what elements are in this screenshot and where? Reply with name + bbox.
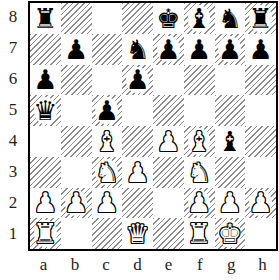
square-e1 (153, 218, 184, 249)
square-e6 (153, 65, 184, 96)
square-b2: ♟ (61, 188, 92, 219)
square-c5: ♟ (92, 95, 123, 126)
square-d8 (122, 3, 153, 34)
black-pawn-glyph: ♟ (64, 36, 88, 63)
square-a7 (30, 34, 61, 65)
white-rook-glyph: ♜ (187, 220, 211, 247)
rank-label-7: 7 (0, 32, 26, 63)
square-b8 (61, 3, 92, 34)
square-e2 (153, 188, 184, 219)
white-pawn-g2: ♟ (215, 188, 246, 219)
white-bishop-glyph: ♝ (187, 128, 211, 155)
black-bishop-g4: ♝ (215, 126, 246, 157)
white-knight-glyph: ♞ (95, 159, 119, 186)
square-c1 (92, 218, 123, 249)
black-rook-glyph: ♜ (33, 5, 57, 32)
black-pawn-a6: ♟ (30, 65, 61, 96)
white-pawn-glyph: ♟ (249, 189, 273, 216)
white-knight-f3: ♞ (184, 157, 215, 188)
white-rook-f1: ♜ (184, 218, 215, 249)
square-d2 (122, 188, 153, 219)
square-a3 (30, 157, 61, 188)
black-pawn-g7: ♟ (215, 34, 246, 65)
square-d3: ♟ (122, 157, 153, 188)
white-pawn-a2: ♟ (30, 188, 61, 219)
rank-labels: 87654321 (0, 1, 26, 249)
black-pawn-glyph: ♟ (95, 97, 119, 124)
square-b5 (61, 95, 92, 126)
black-pawn-b7: ♟ (61, 34, 92, 65)
rank-label-1: 1 (0, 218, 26, 249)
square-f7: ♟ (184, 34, 215, 65)
black-pawn-glyph: ♟ (187, 36, 211, 63)
square-h3 (245, 157, 276, 188)
white-pawn-e4: ♟ (153, 126, 184, 157)
white-knight-glyph: ♞ (187, 159, 211, 186)
file-label-e: e (153, 250, 184, 279)
square-e7: ♟ (153, 34, 184, 65)
white-king-g1: ♚ (215, 218, 246, 249)
square-f5 (184, 95, 215, 126)
black-pawn-e7: ♟ (153, 34, 184, 65)
square-c8 (92, 3, 123, 34)
square-h7: ♟ (245, 34, 276, 65)
white-bishop-f4: ♝ (184, 126, 215, 157)
square-c3: ♞ (92, 157, 123, 188)
square-c2: ♟ (92, 188, 123, 219)
square-f2: ♟ (184, 188, 215, 219)
square-f4: ♝ (184, 126, 215, 157)
white-pawn-glyph: ♟ (156, 128, 180, 155)
black-pawn-glyph: ♟ (249, 36, 273, 63)
square-b6 (61, 65, 92, 96)
white-pawn-glyph: ♟ (33, 189, 57, 216)
chess-board: ♜♚♝♞♜♟♞♟♟♟♟♟♟♛♟♝♟♝♝♞♟♞♟♟♟♟♟♟♜♛♜♚ (28, 1, 278, 251)
white-rook-glyph: ♜ (33, 220, 57, 247)
square-g8: ♞ (215, 3, 246, 34)
square-h2: ♟ (245, 188, 276, 219)
square-b1 (61, 218, 92, 249)
black-knight-d7: ♞ (122, 34, 153, 65)
square-a8: ♜ (30, 3, 61, 34)
file-label-a: a (28, 250, 59, 279)
black-knight-g8: ♞ (215, 3, 246, 34)
black-bishop-glyph: ♝ (187, 5, 211, 32)
rank-label-5: 5 (0, 94, 26, 125)
white-pawn-d3: ♟ (122, 157, 153, 188)
rank-label-6: 6 (0, 63, 26, 94)
black-rook-h8: ♜ (245, 3, 276, 34)
square-c6 (92, 65, 123, 96)
square-d7: ♞ (122, 34, 153, 65)
black-pawn-h7: ♟ (245, 34, 276, 65)
black-bishop-f8: ♝ (184, 3, 215, 34)
square-f1: ♜ (184, 218, 215, 249)
square-c4: ♝ (92, 126, 123, 157)
rank-label-4: 4 (0, 125, 26, 156)
square-e4: ♟ (153, 126, 184, 157)
black-pawn-glyph: ♟ (156, 36, 180, 63)
file-labels: abcdefgh (28, 250, 278, 279)
square-g4: ♝ (215, 126, 246, 157)
square-a4 (30, 126, 61, 157)
white-pawn-b2: ♟ (61, 188, 92, 219)
square-f8: ♝ (184, 3, 215, 34)
white-rook-a1: ♜ (30, 218, 61, 249)
rank-label-3: 3 (0, 156, 26, 187)
black-pawn-d6: ♟ (122, 65, 153, 96)
black-pawn-glyph: ♟ (218, 36, 242, 63)
black-knight-glyph: ♞ (126, 36, 150, 63)
file-label-b: b (59, 250, 90, 279)
file-label-f: f (184, 250, 215, 279)
square-b7: ♟ (61, 34, 92, 65)
file-label-g: g (216, 250, 247, 279)
square-h5 (245, 95, 276, 126)
file-label-d: d (122, 250, 153, 279)
square-g7: ♟ (215, 34, 246, 65)
white-king-glyph: ♚ (218, 220, 242, 247)
white-queen-d1: ♛ (122, 218, 153, 249)
file-label-c: c (91, 250, 122, 279)
square-c7 (92, 34, 123, 65)
square-d5 (122, 95, 153, 126)
square-a1: ♜ (30, 218, 61, 249)
black-pawn-glyph: ♟ (33, 66, 57, 93)
white-bishop-glyph: ♝ (95, 128, 119, 155)
square-e3 (153, 157, 184, 188)
black-bishop-glyph: ♝ (218, 128, 242, 155)
square-f3: ♞ (184, 157, 215, 188)
square-e5 (153, 95, 184, 126)
black-king-e8: ♚ (153, 3, 184, 34)
square-b3 (61, 157, 92, 188)
square-d4 (122, 126, 153, 157)
white-pawn-f2: ♟ (184, 188, 215, 219)
white-pawn-glyph: ♟ (187, 189, 211, 216)
square-f6 (184, 65, 215, 96)
rank-label-2: 2 (0, 187, 26, 218)
black-queen-glyph: ♛ (33, 97, 57, 124)
file-label-h: h (247, 250, 278, 279)
black-pawn-f7: ♟ (184, 34, 215, 65)
white-pawn-glyph: ♟ (95, 189, 119, 216)
black-pawn-c5: ♟ (92, 95, 123, 126)
square-a2: ♟ (30, 188, 61, 219)
square-g6 (215, 65, 246, 96)
square-a6: ♟ (30, 65, 61, 96)
white-pawn-glyph: ♟ (218, 189, 242, 216)
square-d1: ♛ (122, 218, 153, 249)
square-d6: ♟ (122, 65, 153, 96)
white-pawn-glyph: ♟ (64, 189, 88, 216)
square-g1: ♚ (215, 218, 246, 249)
white-pawn-h2: ♟ (245, 188, 276, 219)
white-bishop-c4: ♝ (92, 126, 123, 157)
square-h1 (245, 218, 276, 249)
square-h4 (245, 126, 276, 157)
square-h8: ♜ (245, 3, 276, 34)
black-queen-a5: ♛ (30, 95, 61, 126)
black-rook-a8: ♜ (30, 3, 61, 34)
square-e8: ♚ (153, 3, 184, 34)
black-knight-glyph: ♞ (218, 5, 242, 32)
square-g2: ♟ (215, 188, 246, 219)
square-g3 (215, 157, 246, 188)
black-pawn-glyph: ♟ (126, 66, 150, 93)
square-g5 (215, 95, 246, 126)
square-a5: ♛ (30, 95, 61, 126)
chess-diagram: 87654321 ♜♚♝♞♜♟♞♟♟♟♟♟♟♛♟♝♟♝♝♞♟♞♟♟♟♟♟♟♜♛♜… (0, 0, 279, 280)
rank-label-8: 8 (0, 1, 26, 32)
black-king-glyph: ♚ (156, 5, 180, 32)
white-pawn-c2: ♟ (92, 188, 123, 219)
white-pawn-glyph: ♟ (126, 159, 150, 186)
square-h6 (245, 65, 276, 96)
black-rook-glyph: ♜ (249, 5, 273, 32)
square-b4 (61, 126, 92, 157)
white-queen-glyph: ♛ (126, 220, 150, 247)
white-knight-c3: ♞ (92, 157, 123, 188)
